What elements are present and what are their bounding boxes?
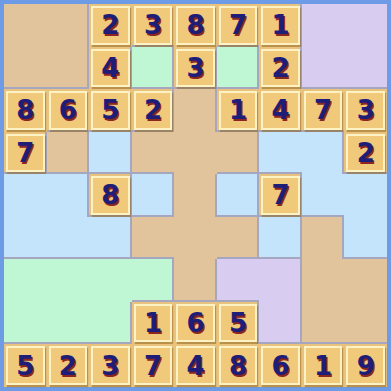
cell-r7c7[interactable] bbox=[259, 259, 302, 302]
tile-6[interactable]: 6 bbox=[49, 91, 88, 130]
tile-6[interactable]: 6 bbox=[176, 304, 215, 343]
cell-r8c5[interactable]: 6 bbox=[174, 302, 217, 345]
tile-digit: 4 bbox=[101, 55, 119, 81]
cell-r6c6[interactable] bbox=[217, 217, 260, 260]
cell-r4c2[interactable] bbox=[47, 132, 90, 175]
cell-r5c5[interactable] bbox=[174, 174, 217, 217]
cell-r4c3[interactable] bbox=[89, 132, 132, 175]
tile-digit: 4 bbox=[272, 97, 290, 123]
tile-digit: 8 bbox=[16, 97, 34, 123]
cell-r8c8[interactable] bbox=[302, 302, 345, 345]
tile-digit: 2 bbox=[272, 55, 290, 81]
cell-r7c5[interactable] bbox=[174, 259, 217, 302]
cell-r2c3[interactable]: 4 bbox=[89, 47, 132, 90]
cell-r9c8[interactable]: 1 bbox=[302, 344, 345, 387]
board: 23871432865214737287165523748619 bbox=[0, 0, 391, 391]
cell-r9c9[interactable]: 9 bbox=[344, 344, 387, 387]
cell-r8c6[interactable]: 5 bbox=[217, 302, 260, 345]
tile-digit: 3 bbox=[101, 353, 119, 379]
cell-r6c2[interactable] bbox=[47, 217, 90, 260]
tile-1[interactable]: 1 bbox=[304, 346, 343, 385]
cell-r1c9[interactable] bbox=[344, 4, 387, 47]
cell-r1c1[interactable] bbox=[4, 4, 47, 47]
tile-digit: 5 bbox=[16, 353, 34, 379]
tile-2[interactable]: 2 bbox=[134, 91, 173, 130]
cell-r5c8[interactable] bbox=[302, 174, 345, 217]
tile-1[interactable]: 1 bbox=[261, 6, 300, 45]
cell-r6c8[interactable] bbox=[302, 217, 345, 260]
cell-r3c3[interactable]: 5 bbox=[89, 89, 132, 132]
tile-8[interactable]: 8 bbox=[6, 91, 45, 130]
cell-r9c4[interactable]: 7 bbox=[132, 344, 175, 387]
cell-r4c6[interactable] bbox=[217, 132, 260, 175]
tile-7[interactable]: 7 bbox=[219, 6, 258, 45]
tile-7[interactable]: 7 bbox=[6, 134, 45, 173]
cell-r5c9[interactable] bbox=[344, 174, 387, 217]
tile-9[interactable]: 9 bbox=[346, 346, 385, 385]
cell-r8c3[interactable] bbox=[89, 302, 132, 345]
cell-r1c5[interactable]: 8 bbox=[174, 4, 217, 47]
cell-r6c9[interactable] bbox=[344, 217, 387, 260]
tile-4[interactable]: 4 bbox=[91, 49, 130, 88]
tile-digit: 8 bbox=[186, 12, 204, 38]
cell-r7c9[interactable] bbox=[344, 259, 387, 302]
cell-r1c2[interactable] bbox=[47, 4, 90, 47]
cell-r4c5[interactable] bbox=[174, 132, 217, 175]
tile-5[interactable]: 5 bbox=[91, 91, 130, 130]
tile-digit: 5 bbox=[101, 97, 119, 123]
tile-8[interactable]: 8 bbox=[176, 6, 215, 45]
cell-r4c1[interactable]: 7 bbox=[4, 132, 47, 175]
cell-r2c2[interactable] bbox=[47, 47, 90, 90]
tile-5[interactable]: 5 bbox=[6, 346, 45, 385]
tile-digit: 6 bbox=[59, 97, 77, 123]
tile-digit: 2 bbox=[357, 140, 375, 166]
cell-r7c4[interactable] bbox=[132, 259, 175, 302]
cell-r8c1[interactable] bbox=[4, 302, 47, 345]
tile-4[interactable]: 4 bbox=[261, 91, 300, 130]
tile-3[interactable]: 3 bbox=[346, 91, 385, 130]
cell-r6c5[interactable] bbox=[174, 217, 217, 260]
cell-r3c9[interactable]: 3 bbox=[344, 89, 387, 132]
tile-digit: 3 bbox=[144, 12, 162, 38]
cell-r8c4[interactable]: 1 bbox=[132, 302, 175, 345]
tile-digit: 7 bbox=[314, 97, 332, 123]
tile-8[interactable]: 8 bbox=[91, 176, 130, 215]
cell-r2c9[interactable] bbox=[344, 47, 387, 90]
tile-7[interactable]: 7 bbox=[304, 91, 343, 130]
tile-6[interactable]: 6 bbox=[261, 346, 300, 385]
tile-2[interactable]: 2 bbox=[346, 134, 385, 173]
cell-r9c5[interactable]: 4 bbox=[174, 344, 217, 387]
cell-r5c6[interactable] bbox=[217, 174, 260, 217]
cell-r8c7[interactable] bbox=[259, 302, 302, 345]
tile-digit: 2 bbox=[59, 353, 77, 379]
tile-digit: 7 bbox=[16, 140, 34, 166]
cell-r4c8[interactable] bbox=[302, 132, 345, 175]
tile-1[interactable]: 1 bbox=[219, 91, 258, 130]
cell-r1c7[interactable]: 1 bbox=[259, 4, 302, 47]
cell-r4c9[interactable]: 2 bbox=[344, 132, 387, 175]
tile-4[interactable]: 4 bbox=[176, 346, 215, 385]
tile-7[interactable]: 7 bbox=[134, 346, 173, 385]
cell-r2c7[interactable]: 2 bbox=[259, 47, 302, 90]
tile-3[interactable]: 3 bbox=[134, 6, 173, 45]
tile-digit: 6 bbox=[186, 310, 204, 336]
cell-r1c4[interactable]: 3 bbox=[132, 4, 175, 47]
tile-digit: 9 bbox=[357, 353, 375, 379]
tile-1[interactable]: 1 bbox=[134, 304, 173, 343]
cell-r6c1[interactable] bbox=[4, 217, 47, 260]
cell-r2c8[interactable] bbox=[302, 47, 345, 90]
cell-r5c1[interactable] bbox=[4, 174, 47, 217]
cell-r4c7[interactable] bbox=[259, 132, 302, 175]
tile-digit: 7 bbox=[272, 182, 290, 208]
tile-3[interactable]: 3 bbox=[176, 49, 215, 88]
tile-8[interactable]: 8 bbox=[219, 346, 258, 385]
tile-digit: 4 bbox=[186, 353, 204, 379]
cell-r2c1[interactable] bbox=[4, 47, 47, 90]
cell-r3c6[interactable]: 1 bbox=[217, 89, 260, 132]
cell-r3c5[interactable] bbox=[174, 89, 217, 132]
cell-r9c1[interactable]: 5 bbox=[4, 344, 47, 387]
cell-r1c6[interactable]: 7 bbox=[217, 4, 260, 47]
cell-r3c4[interactable]: 2 bbox=[132, 89, 175, 132]
cell-r3c2[interactable]: 6 bbox=[47, 89, 90, 132]
tile-5[interactable]: 5 bbox=[219, 304, 258, 343]
cell-r2c4[interactable] bbox=[132, 47, 175, 90]
cell-r7c2[interactable] bbox=[47, 259, 90, 302]
tile-digit: 2 bbox=[144, 97, 162, 123]
cell-r4c4[interactable] bbox=[132, 132, 175, 175]
cell-r9c6[interactable]: 8 bbox=[217, 344, 260, 387]
tile-digit: 3 bbox=[186, 55, 204, 81]
tile-3[interactable]: 3 bbox=[91, 346, 130, 385]
cell-r1c3[interactable]: 2 bbox=[89, 4, 132, 47]
tile-digit: 1 bbox=[314, 353, 332, 379]
cell-r3c7[interactable]: 4 bbox=[259, 89, 302, 132]
cell-r6c4[interactable] bbox=[132, 217, 175, 260]
cell-r7c6[interactable] bbox=[217, 259, 260, 302]
tile-digit: 2 bbox=[101, 12, 119, 38]
cell-r9c7[interactable]: 6 bbox=[259, 344, 302, 387]
cell-r6c3[interactable] bbox=[89, 217, 132, 260]
cell-r9c2[interactable]: 2 bbox=[47, 344, 90, 387]
cell-r7c1[interactable] bbox=[4, 259, 47, 302]
tile-7[interactable]: 7 bbox=[261, 176, 300, 215]
tile-digit: 1 bbox=[144, 310, 162, 336]
cell-r7c8[interactable] bbox=[302, 259, 345, 302]
cell-r5c4[interactable] bbox=[132, 174, 175, 217]
cell-r5c7[interactable]: 7 bbox=[259, 174, 302, 217]
cell-r8c2[interactable] bbox=[47, 302, 90, 345]
cell-r3c8[interactable]: 7 bbox=[302, 89, 345, 132]
cell-r2c6[interactable] bbox=[217, 47, 260, 90]
cell-r2c5[interactable]: 3 bbox=[174, 47, 217, 90]
tile-digit: 7 bbox=[229, 12, 247, 38]
cell-r3c1[interactable]: 8 bbox=[4, 89, 47, 132]
tile-digit: 8 bbox=[101, 182, 119, 208]
tile-digit: 1 bbox=[272, 12, 290, 38]
tile-digit: 1 bbox=[229, 97, 247, 123]
cell-r7c3[interactable] bbox=[89, 259, 132, 302]
tile-2[interactable]: 2 bbox=[49, 346, 88, 385]
tile-digit: 7 bbox=[144, 353, 162, 379]
tile-digit: 6 bbox=[272, 353, 290, 379]
cell-r6c7[interactable] bbox=[259, 217, 302, 260]
cell-r9c3[interactable]: 3 bbox=[89, 344, 132, 387]
cell-r8c9[interactable] bbox=[344, 302, 387, 345]
cell-r5c2[interactable] bbox=[47, 174, 90, 217]
tile-digit: 5 bbox=[229, 310, 247, 336]
tile-digit: 3 bbox=[357, 97, 375, 123]
tile-2[interactable]: 2 bbox=[261, 49, 300, 88]
cell-r5c3[interactable]: 8 bbox=[89, 174, 132, 217]
cell-r1c8[interactable] bbox=[302, 4, 345, 47]
tile-digit: 8 bbox=[229, 353, 247, 379]
tile-2[interactable]: 2 bbox=[91, 6, 130, 45]
